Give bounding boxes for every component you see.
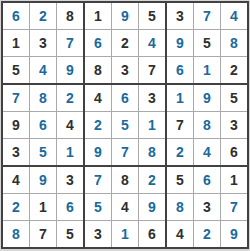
- cell-r8c5[interactable]: 4: [112, 194, 138, 220]
- cell-r3c5[interactable]: 3: [112, 57, 138, 83]
- cell-r1c4[interactable]: 1: [85, 3, 111, 29]
- cell-r2c2[interactable]: 3: [30, 30, 56, 56]
- cell-r6c6[interactable]: 8: [139, 139, 165, 165]
- cell-r6c3[interactable]: 1: [57, 139, 83, 165]
- cell-r9c4[interactable]: 3: [85, 221, 111, 247]
- cell-r8c3[interactable]: 6: [57, 194, 83, 220]
- cell-r9c8[interactable]: 2: [194, 221, 220, 247]
- cell-r5c8[interactable]: 8: [194, 112, 220, 138]
- cell-r8c1[interactable]: 2: [3, 194, 29, 220]
- cell-r4c5[interactable]: 6: [112, 85, 138, 111]
- cell-r4c9[interactable]: 5: [221, 85, 247, 111]
- cell-r8c4[interactable]: 5: [85, 194, 111, 220]
- cell-r5c1[interactable]: 9: [3, 112, 29, 138]
- cell-r5c7[interactable]: 7: [167, 112, 193, 138]
- cell-r1c2[interactable]: 2: [30, 3, 56, 29]
- cell-r7c1[interactable]: 4: [3, 167, 29, 193]
- cell-r7c2[interactable]: 9: [30, 167, 56, 193]
- cell-r1c5[interactable]: 9: [112, 3, 138, 29]
- sudoku-page: 6281375491956248373749586127829643514632…: [0, 0, 250, 251]
- cell-r1c3[interactable]: 8: [57, 3, 83, 29]
- cell-r4c3[interactable]: 2: [57, 85, 83, 111]
- cell-r7c7[interactable]: 5: [167, 167, 193, 193]
- cell-r7c5[interactable]: 8: [112, 167, 138, 193]
- cell-r6c2[interactable]: 5: [30, 139, 56, 165]
- box-3-1: 493216875: [3, 167, 83, 247]
- cell-r3c2[interactable]: 4: [30, 57, 56, 83]
- cell-r5c4[interactable]: 2: [85, 112, 111, 138]
- cell-r7c4[interactable]: 7: [85, 167, 111, 193]
- cell-r1c1[interactable]: 6: [3, 3, 29, 29]
- cell-r5c2[interactable]: 6: [30, 112, 56, 138]
- cell-r1c8[interactable]: 7: [194, 3, 220, 29]
- cell-r6c8[interactable]: 4: [194, 139, 220, 165]
- cell-r6c4[interactable]: 9: [85, 139, 111, 165]
- cell-r6c1[interactable]: 3: [3, 139, 29, 165]
- cell-r5c5[interactable]: 5: [112, 112, 138, 138]
- cell-r8c7[interactable]: 8: [167, 194, 193, 220]
- cell-r9c5[interactable]: 1: [112, 221, 138, 247]
- cell-r8c6[interactable]: 9: [139, 194, 165, 220]
- box-2-3: 195783246: [167, 85, 247, 165]
- cell-r9c7[interactable]: 4: [167, 221, 193, 247]
- box-1-1: 628137549: [3, 3, 83, 83]
- cell-r2c3[interactable]: 7: [57, 30, 83, 56]
- cell-r5c9[interactable]: 3: [221, 112, 247, 138]
- cell-r6c5[interactable]: 7: [112, 139, 138, 165]
- cell-r2c4[interactable]: 6: [85, 30, 111, 56]
- cell-r4c7[interactable]: 1: [167, 85, 193, 111]
- cell-r1c9[interactable]: 4: [221, 3, 247, 29]
- cell-r8c8[interactable]: 3: [194, 194, 220, 220]
- cell-r2c5[interactable]: 2: [112, 30, 138, 56]
- cell-r9c3[interactable]: 5: [57, 221, 83, 247]
- cell-r2c6[interactable]: 4: [139, 30, 165, 56]
- cell-r4c1[interactable]: 7: [3, 85, 29, 111]
- cell-r4c2[interactable]: 8: [30, 85, 56, 111]
- cell-r8c2[interactable]: 1: [30, 194, 56, 220]
- box-3-2: 782549316: [85, 167, 165, 247]
- cell-r3c1[interactable]: 5: [3, 57, 29, 83]
- cell-r7c9[interactable]: 1: [221, 167, 247, 193]
- cell-r4c4[interactable]: 4: [85, 85, 111, 111]
- box-2-1: 782964351: [3, 85, 83, 165]
- cell-r5c6[interactable]: 1: [139, 112, 165, 138]
- cell-r2c8[interactable]: 5: [194, 30, 220, 56]
- box-1-2: 195624837: [85, 3, 165, 83]
- cell-r3c8[interactable]: 1: [194, 57, 220, 83]
- cell-r8c9[interactable]: 7: [221, 194, 247, 220]
- cell-r5c3[interactable]: 4: [57, 112, 83, 138]
- cell-r7c3[interactable]: 3: [57, 167, 83, 193]
- cell-r9c9[interactable]: 9: [221, 221, 247, 247]
- cell-r7c6[interactable]: 2: [139, 167, 165, 193]
- cell-r1c6[interactable]: 5: [139, 3, 165, 29]
- cell-r9c6[interactable]: 6: [139, 221, 165, 247]
- cell-r7c8[interactable]: 6: [194, 167, 220, 193]
- cell-r1c7[interactable]: 3: [167, 3, 193, 29]
- cell-r9c2[interactable]: 7: [30, 221, 56, 247]
- box-3-3: 561837429: [167, 167, 247, 247]
- cell-r4c8[interactable]: 9: [194, 85, 220, 111]
- cell-r3c6[interactable]: 7: [139, 57, 165, 83]
- cell-r3c9[interactable]: 2: [221, 57, 247, 83]
- cell-r6c7[interactable]: 2: [167, 139, 193, 165]
- box-2-2: 463251978: [85, 85, 165, 165]
- cell-r9c1[interactable]: 8: [3, 221, 29, 247]
- cell-r3c3[interactable]: 9: [57, 57, 83, 83]
- cell-r6c9[interactable]: 6: [221, 139, 247, 165]
- cell-r3c4[interactable]: 8: [85, 57, 111, 83]
- cell-r4c6[interactable]: 3: [139, 85, 165, 111]
- cell-r3c7[interactable]: 6: [167, 57, 193, 83]
- cell-r2c7[interactable]: 9: [167, 30, 193, 56]
- sudoku-board: 6281375491956248373749586127829643514632…: [1, 1, 249, 249]
- cell-r2c1[interactable]: 1: [3, 30, 29, 56]
- cell-r2c9[interactable]: 8: [221, 30, 247, 56]
- box-1-3: 374958612: [167, 3, 247, 83]
